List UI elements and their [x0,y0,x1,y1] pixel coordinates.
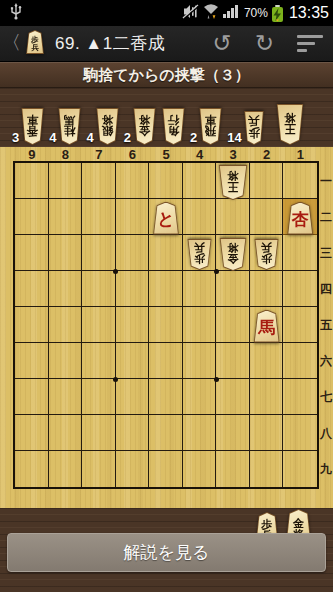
piece-kanji: 行 [168,114,180,126]
rank-label: 三 [319,235,333,271]
board-cell[interactable] [149,415,183,451]
star-point [113,269,118,274]
file-label: 8 [49,147,83,162]
gote-hand-count: 2 [190,131,197,145]
board-cell[interactable] [49,343,83,379]
piece-kanji: 兵 [31,44,39,52]
board-cell[interactable] [82,379,116,415]
board-cell[interactable] [149,307,183,343]
problem-title: 駒捨てからの挟撃（３） [0,62,333,88]
signal-icon [223,4,240,22]
board-cell[interactable] [116,379,150,415]
board-cell[interactable] [116,271,150,307]
gote-hand-item[interactable]: 2飛車 [190,108,223,145]
board-cell[interactable] [116,343,150,379]
piece-kanji: 歩 [248,127,260,139]
board-cell[interactable] [216,343,250,379]
board-cell[interactable] [216,271,250,307]
board-cell[interactable] [15,307,49,343]
back-chevron[interactable]: 〈 [2,33,23,54]
view-explanation-button[interactable]: 解説を見る [7,533,326,572]
piece-rook[interactable]: 飛車 [198,108,223,145]
board-cell[interactable] [216,199,250,235]
battery-percent: 70% [244,6,268,20]
board-cell[interactable] [149,379,183,415]
board-cell[interactable] [15,415,49,451]
redo-icon[interactable]: ↻ [255,32,274,55]
piece-app-icon: 歩兵 [25,30,45,54]
board-cell[interactable] [49,271,83,307]
board-cell[interactable] [283,451,317,487]
board-cell[interactable] [116,307,150,343]
gote-hand-item[interactable]: 4銀将 [86,108,119,145]
piece-sente-promoted-bishop[interactable]: 馬 [252,310,281,343]
board-cell[interactable] [15,235,49,271]
gote-hand-count: 3 [12,131,19,145]
file-label: 2 [250,147,284,162]
usb-icon [10,3,22,23]
rank-labels: 一二三四五六七八九 [319,163,333,487]
gote-hand-item[interactable]: 14歩兵 [227,111,264,145]
board-cell[interactable] [250,451,284,487]
piece-lance[interactable]: 香車 [20,108,45,145]
board-cell[interactable] [216,451,250,487]
rank-label: 二 [319,199,333,235]
board-cell[interactable] [149,163,183,199]
gote-hand-item[interactable]: 2金将 [124,108,157,145]
rank-label: 九 [319,451,333,487]
gote-hand-count: 14 [227,131,241,145]
board-cell[interactable] [283,343,317,379]
file-label: 9 [15,147,49,162]
board-cell[interactable] [49,199,83,235]
file-label: 6 [116,147,150,162]
piece-kanji: 車 [205,114,217,126]
star-point [214,377,219,382]
board-cell[interactable] [49,415,83,451]
piece-kanji: 将 [228,242,239,253]
shogi-board[interactable]: 987654321 一二三四五六七八九 王将と杏歩兵金将歩兵馬 [0,147,333,508]
app-piece-icon: 歩兵 [25,30,49,57]
board-cell[interactable] [183,271,217,307]
board-cell[interactable] [216,379,250,415]
board-cell[interactable] [250,163,284,199]
piece-sente-tokin[interactable]: と [152,202,181,235]
piece-gote-gold[interactable]: 金将 [218,238,248,271]
piece-kanji: 兵 [194,242,205,253]
rank-label: 六 [319,343,333,379]
board-cell[interactable] [250,271,284,307]
gote-hand-count: 2 [124,131,131,145]
board-cell[interactable] [49,451,83,487]
board-cell[interactable] [49,307,83,343]
board-cell[interactable] [183,163,217,199]
board-cell[interactable] [283,307,317,343]
piece-kanji: 歩 [194,253,205,264]
board-cell[interactable] [15,163,49,199]
board-cell[interactable] [49,235,83,271]
file-label: 5 [149,147,183,162]
piece-kanji: 将 [101,114,113,126]
board-cell[interactable] [183,307,217,343]
piece-kanji: 将 [228,170,239,181]
piece-gote-pawn[interactable]: 歩兵 [186,239,213,270]
piece-kanji: 将 [139,114,151,126]
piece-kanji: 金 [293,518,304,529]
board-cell[interactable] [15,199,49,235]
board-cell[interactable] [82,415,116,451]
gote-hand-item[interactable]: 3香車 [12,108,45,145]
rank-label: 四 [319,271,333,307]
piece-gote-pawn[interactable]: 歩兵 [253,239,280,270]
piece-kanji: と [157,211,174,228]
piece-kanji: 兵 [261,242,272,253]
gote-hand-count: 4 [86,131,93,145]
board-cell[interactable] [216,415,250,451]
rank-label: 七 [319,379,333,415]
gote-hand-tray: 3香車4桂馬4銀将2金将角行2飛車14歩兵王将 [0,88,333,147]
board-cell[interactable] [82,343,116,379]
battery-charging-icon [272,5,283,22]
board-cell[interactable] [250,415,284,451]
board-cell[interactable] [283,235,317,271]
board-cell[interactable] [82,235,116,271]
piece-bishop[interactable]: 角行 [161,108,186,145]
board-cell[interactable] [116,451,150,487]
move-title: 69. ▲1二香成 [55,32,212,55]
file-label: 3 [216,147,250,162]
board-cell[interactable] [183,415,217,451]
board-cell[interactable] [250,343,284,379]
board-cell[interactable] [149,271,183,307]
piece-kanji: 馬 [64,114,76,126]
board-cell[interactable] [82,199,116,235]
board-cell[interactable] [183,199,217,235]
board-cell[interactable] [49,379,83,415]
board-cell[interactable] [82,163,116,199]
piece-pawn[interactable]: 歩兵 [243,111,265,145]
board-cell[interactable] [15,271,49,307]
board-cell[interactable] [15,451,49,487]
board-cell[interactable] [116,199,150,235]
gote-hand-item[interactable]: 4桂馬 [49,108,82,145]
piece-kanji: 車 [27,114,39,126]
piece-kanji: 将 [284,112,296,124]
rank-label: 一 [319,163,333,199]
piece-kanji: 王 [228,181,239,192]
undo-icon[interactable]: ↺ [212,32,231,55]
board-cell[interactable] [216,307,250,343]
clock: 13:35 [289,4,329,22]
screen: 70% 13:35 〈 歩兵 69. ▲1二香成 ↺ ↻ 駒捨てからの挟撃（３）… [0,0,333,592]
piece-gote-king[interactable]: 王将 [217,165,249,200]
status-bar: 70% 13:35 [0,0,333,26]
board-cell[interactable] [82,271,116,307]
board-cell[interactable] [49,163,83,199]
piece-king[interactable]: 王将 [275,104,305,145]
gote-hand-item[interactable]: 王将 [275,104,305,145]
piece-silver[interactable]: 銀将 [95,108,120,145]
piece-sente-promoted-lance[interactable]: 杏 [286,202,315,235]
board-cell[interactable] [283,415,317,451]
wifi-updown-icon [203,3,219,23]
piece-kanji: 金 [228,253,239,264]
board-cell[interactable] [183,343,217,379]
board-cell[interactable] [149,235,183,271]
board-cell[interactable] [183,379,217,415]
file-label: 7 [82,147,116,162]
piece-kanji: 兵 [248,115,260,127]
board-cell[interactable] [116,415,150,451]
board-cell[interactable] [250,199,284,235]
star-point [113,377,118,382]
title-bar: 〈 歩兵 69. ▲1二香成 ↺ ↻ [0,26,333,62]
file-labels: 987654321 [15,147,317,162]
board-cell[interactable] [82,451,116,487]
file-label: 1 [284,147,318,162]
rank-label: 八 [319,415,333,451]
board-cell[interactable] [183,451,217,487]
board-cell[interactable] [283,163,317,199]
piece-gold[interactable]: 金将 [132,108,157,145]
file-label: 4 [183,147,217,162]
board-cell[interactable] [116,163,150,199]
board-cell[interactable] [15,343,49,379]
board-cell[interactable] [116,235,150,271]
board-cell[interactable] [82,307,116,343]
board-cell[interactable] [15,379,49,415]
gote-hand-item[interactable]: 角行 [161,108,186,145]
board-cell[interactable] [149,451,183,487]
piece-kanji: 歩 [261,253,272,264]
rank-label: 五 [319,307,333,343]
piece-knight[interactable]: 桂馬 [57,108,82,145]
board-cell[interactable] [283,271,317,307]
piece-kanji: 杏 [292,211,309,228]
board-cell[interactable] [283,379,317,415]
sente-hand-tray: 歩兵金将 解説を見る [0,508,333,592]
mute-icon [182,4,199,23]
board-cell[interactable] [250,379,284,415]
piece-kanji: 馬 [258,319,275,336]
board-cell[interactable] [149,343,183,379]
gote-hand-count: 4 [49,131,56,145]
menu-sort-icon[interactable] [297,35,323,52]
